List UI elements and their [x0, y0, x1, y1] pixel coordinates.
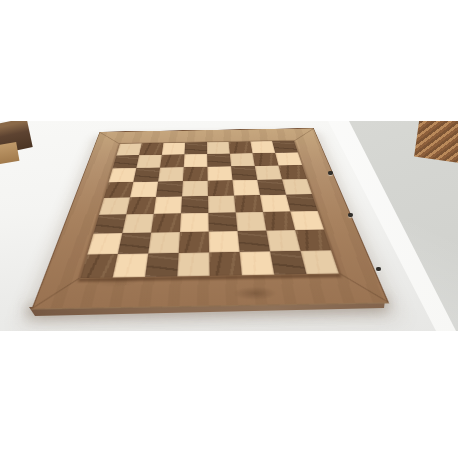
square-f8: [229, 142, 253, 154]
square-e5: [208, 180, 234, 196]
square-h6: [278, 165, 306, 179]
screw-dot-2: [348, 213, 353, 217]
square-e3: [208, 212, 237, 231]
square-c5: [156, 181, 183, 197]
square-c1: [145, 253, 179, 277]
square-a3: [94, 214, 127, 233]
square-b4: [126, 197, 156, 214]
square-d8: [184, 142, 207, 154]
frame-miter-top-right: [294, 128, 313, 140]
square-g8: [250, 141, 275, 153]
square-d7: [184, 154, 208, 167]
square-f6: [231, 166, 257, 180]
square-b1: [113, 253, 149, 277]
square-h2: [295, 230, 331, 251]
square-a6: [109, 168, 137, 182]
board-playing-area: [79, 140, 340, 279]
square-g5: [257, 179, 286, 195]
square-h5: [282, 179, 312, 195]
chess-board: [31, 128, 389, 310]
square-g1: [270, 251, 306, 275]
square-h1: [301, 250, 339, 274]
square-d6: [183, 167, 208, 181]
square-d3: [180, 213, 209, 232]
square-e2: [209, 231, 240, 252]
square-a8: [116, 143, 141, 155]
square-e1: [209, 252, 242, 276]
square-g6: [255, 166, 282, 180]
square-a7: [113, 155, 139, 168]
square-a2: [87, 233, 122, 254]
square-f1: [240, 251, 275, 275]
square-f4: [234, 195, 263, 212]
screw-dot-3: [376, 267, 381, 271]
square-h8: [272, 141, 298, 153]
square-c3: [151, 213, 181, 232]
frame-miter-bottom-right: [340, 274, 388, 303]
frame-miter-top-left: [100, 132, 120, 144]
square-e8: [207, 142, 230, 154]
square-c2: [148, 232, 180, 253]
frame-miter-bottom-left: [32, 278, 79, 308]
square-f5: [232, 180, 260, 196]
square-f3: [236, 212, 267, 231]
square-g7: [252, 153, 278, 166]
square-e4: [208, 196, 236, 213]
square-c7: [160, 154, 184, 167]
square-h4: [286, 194, 318, 211]
square-f7: [230, 153, 255, 166]
square-f2: [238, 231, 271, 252]
square-b2: [118, 233, 151, 254]
square-b5: [130, 182, 158, 198]
square-e7: [207, 154, 231, 167]
square-d5: [182, 181, 208, 197]
square-e6: [207, 166, 232, 180]
photo-area: [0, 121, 458, 331]
square-c8: [162, 143, 185, 155]
square-d4: [181, 196, 208, 213]
screw-dot-1: [328, 171, 333, 175]
square-b7: [136, 155, 161, 168]
square-b3: [122, 214, 153, 233]
square-c4: [154, 196, 182, 213]
square-h3: [290, 211, 324, 230]
square-b6: [133, 168, 160, 182]
board-scene: [0, 121, 458, 331]
square-b8: [139, 143, 163, 155]
square-a4: [99, 197, 130, 214]
square-a5: [104, 182, 133, 198]
square-h7: [275, 152, 302, 165]
square-d2: [179, 232, 209, 253]
square-d1: [177, 252, 209, 276]
square-c6: [158, 167, 184, 181]
